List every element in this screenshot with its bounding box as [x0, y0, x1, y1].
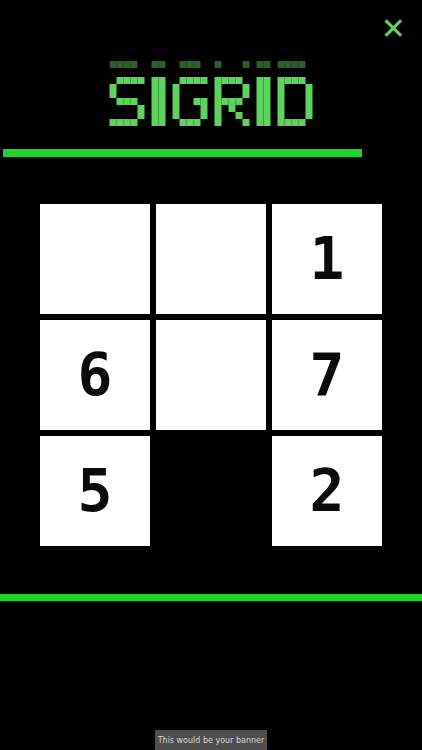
- ad-banner-text: This would be your banner: [158, 736, 265, 745]
- app-screen: ✕ SIGRID 1 6 7 5 2 This would be your ba…: [0, 0, 422, 750]
- ad-banner[interactable]: This would be your banner: [155, 730, 267, 750]
- title-ghost-pixels: [110, 61, 313, 68]
- app-title-pixels: [110, 77, 313, 126]
- grid-cell-r2c3[interactable]: 7: [272, 320, 382, 430]
- divider-bottom: [0, 594, 422, 601]
- grid-cell-r2c2[interactable]: [156, 320, 266, 430]
- app-title: SIGRID: [110, 77, 313, 126]
- grid-cell-r3c2-blocked: [156, 436, 266, 546]
- grid-cell-r3c1[interactable]: 5: [40, 436, 150, 546]
- grid-cell-r1c2[interactable]: [156, 204, 266, 314]
- close-icon: ✕: [381, 11, 406, 46]
- grid-cell-r1c3[interactable]: 1: [272, 204, 382, 314]
- grid-cell-r3c3[interactable]: 2: [272, 436, 382, 546]
- grid-cell-r1c1[interactable]: [40, 204, 150, 314]
- puzzle-grid: 1 6 7 5 2: [40, 204, 382, 546]
- grid-cell-r2c1[interactable]: 6: [40, 320, 150, 430]
- divider-top: [3, 149, 362, 157]
- title-clipped-row: [110, 61, 313, 68]
- close-button[interactable]: ✕: [373, 10, 414, 48]
